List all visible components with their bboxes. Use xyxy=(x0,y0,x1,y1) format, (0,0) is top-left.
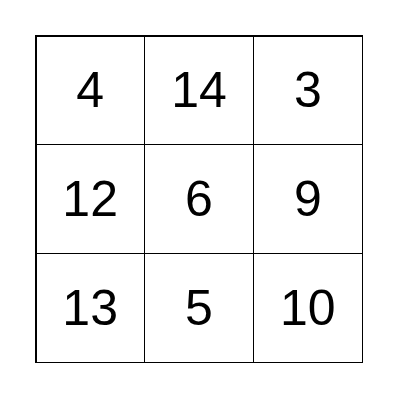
cell-r1c2: 14 xyxy=(145,37,252,144)
cell-r3c3: 10 xyxy=(254,254,361,361)
cell-r2c1: 12 xyxy=(37,145,144,252)
number-grid-board: 4 14 3 12 6 9 13 5 10 xyxy=(35,35,363,363)
cell-r2c2: 6 xyxy=(145,145,252,252)
cell-r2c3: 9 xyxy=(254,145,361,252)
cell-r3c2: 5 xyxy=(145,254,252,361)
cell-r3c1: 13 xyxy=(37,254,144,361)
cell-r1c3: 3 xyxy=(254,37,361,144)
cell-r1c1: 4 xyxy=(37,37,144,144)
